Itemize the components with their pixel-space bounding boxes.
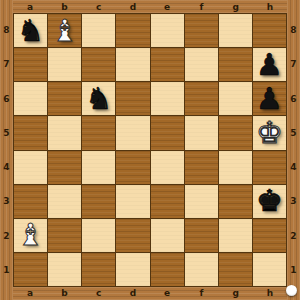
file-label-top-b: b [47, 2, 81, 12]
square-g5[interactable] [219, 116, 252, 149]
piece-black-pawn[interactable]: ♟ [256, 84, 283, 114]
square-h5[interactable]: ♚ [253, 116, 286, 149]
square-e4[interactable] [151, 151, 184, 184]
file-label-top-d: d [116, 2, 150, 12]
rank-label-right-2: 2 [288, 219, 299, 253]
square-d8[interactable] [116, 14, 149, 47]
file-label-bottom-e: e [150, 288, 184, 298]
rank-label-left-7: 7 [1, 47, 12, 81]
square-a4[interactable] [14, 151, 47, 184]
file-label-bottom-a: a [13, 288, 47, 298]
square-c5[interactable] [82, 116, 115, 149]
square-e8[interactable] [151, 14, 184, 47]
rank-label-left-8: 8 [1, 13, 12, 47]
square-f6[interactable] [185, 82, 218, 115]
square-e1[interactable] [151, 253, 184, 286]
square-a6[interactable] [14, 82, 47, 115]
file-label-top-c: c [82, 2, 116, 12]
rank-label-left-5: 5 [1, 116, 12, 150]
piece-white-bishop[interactable]: ♝ [51, 16, 78, 46]
square-c2[interactable] [82, 219, 115, 252]
square-e6[interactable] [151, 82, 184, 115]
square-e5[interactable] [151, 116, 184, 149]
rank-label-left-1: 1 [1, 253, 12, 287]
square-a3[interactable] [14, 185, 47, 218]
square-h2[interactable] [253, 219, 286, 252]
square-a5[interactable] [14, 116, 47, 149]
file-label-top-a: a [13, 2, 47, 12]
piece-black-knight[interactable]: ♞ [17, 16, 44, 46]
square-h3[interactable]: ♚ [253, 185, 286, 218]
square-g4[interactable] [219, 151, 252, 184]
square-d1[interactable] [116, 253, 149, 286]
rank-label-left-4: 4 [1, 150, 12, 184]
file-label-top-e: e [150, 2, 184, 12]
square-b5[interactable] [48, 116, 81, 149]
square-e2[interactable] [151, 219, 184, 252]
square-b1[interactable] [48, 253, 81, 286]
square-a2[interactable]: ♝ [14, 219, 47, 252]
square-h1[interactable] [253, 253, 286, 286]
square-c6[interactable]: ♞ [82, 82, 115, 115]
square-b4[interactable] [48, 151, 81, 184]
square-c4[interactable] [82, 151, 115, 184]
square-c7[interactable] [82, 48, 115, 81]
piece-black-pawn[interactable]: ♟ [256, 50, 283, 80]
square-d7[interactable] [116, 48, 149, 81]
square-g2[interactable] [219, 219, 252, 252]
file-label-bottom-g: g [219, 288, 253, 298]
square-f8[interactable] [185, 14, 218, 47]
file-label-bottom-c: c [82, 288, 116, 298]
rank-label-right-3: 3 [288, 184, 299, 218]
square-e3[interactable] [151, 185, 184, 218]
piece-black-king[interactable]: ♚ [256, 186, 283, 216]
piece-white-king[interactable]: ♚ [256, 118, 283, 148]
square-g3[interactable] [219, 185, 252, 218]
square-g1[interactable] [219, 253, 252, 286]
square-c3[interactable] [82, 185, 115, 218]
file-label-top-h: h [253, 2, 287, 12]
file-label-bottom-b: b [47, 288, 81, 298]
square-f7[interactable] [185, 48, 218, 81]
square-b2[interactable] [48, 219, 81, 252]
square-c8[interactable] [82, 14, 115, 47]
rank-label-left-6: 6 [1, 82, 12, 116]
square-g7[interactable] [219, 48, 252, 81]
file-label-bottom-f: f [184, 288, 218, 298]
square-h7[interactable]: ♟ [253, 48, 286, 81]
piece-black-knight[interactable]: ♞ [85, 84, 112, 114]
square-f5[interactable] [185, 116, 218, 149]
square-h4[interactable] [253, 151, 286, 184]
square-d2[interactable] [116, 219, 149, 252]
rank-label-right-6: 6 [288, 82, 299, 116]
piece-white-bishop[interactable]: ♝ [17, 220, 44, 250]
square-b7[interactable] [48, 48, 81, 81]
file-label-top-f: f [184, 2, 218, 12]
white-to-move-indicator [286, 285, 297, 296]
square-d6[interactable] [116, 82, 149, 115]
square-a1[interactable] [14, 253, 47, 286]
rank-label-left-2: 2 [1, 219, 12, 253]
square-h8[interactable] [253, 14, 286, 47]
square-f3[interactable] [185, 185, 218, 218]
rank-label-right-1: 1 [288, 253, 299, 287]
square-b3[interactable] [48, 185, 81, 218]
square-e7[interactable] [151, 48, 184, 81]
chess-board: ♞♝♟♞♟♚♚♝ [13, 13, 287, 287]
file-label-bottom-d: d [116, 288, 150, 298]
file-label-top-g: g [219, 2, 253, 12]
square-d5[interactable] [116, 116, 149, 149]
square-a7[interactable] [14, 48, 47, 81]
square-f4[interactable] [185, 151, 218, 184]
square-d4[interactable] [116, 151, 149, 184]
rank-label-left-3: 3 [1, 184, 12, 218]
square-h6[interactable]: ♟ [253, 82, 286, 115]
square-a8[interactable]: ♞ [14, 14, 47, 47]
rank-label-right-8: 8 [288, 13, 299, 47]
rank-label-right-4: 4 [288, 150, 299, 184]
square-f2[interactable] [185, 219, 218, 252]
rank-label-right-5: 5 [288, 116, 299, 150]
square-b8[interactable]: ♝ [48, 14, 81, 47]
square-f1[interactable] [185, 253, 218, 286]
square-c1[interactable] [82, 253, 115, 286]
chess-board-window: ♞♝♟♞♟♚♚♝ aabbccddeeffgghh887766554433221… [0, 0, 300, 300]
square-b6[interactable] [48, 82, 81, 115]
square-g8[interactable] [219, 14, 252, 47]
square-g6[interactable] [219, 82, 252, 115]
rank-label-right-7: 7 [288, 47, 299, 81]
square-d3[interactable] [116, 185, 149, 218]
file-label-bottom-h: h [253, 288, 287, 298]
